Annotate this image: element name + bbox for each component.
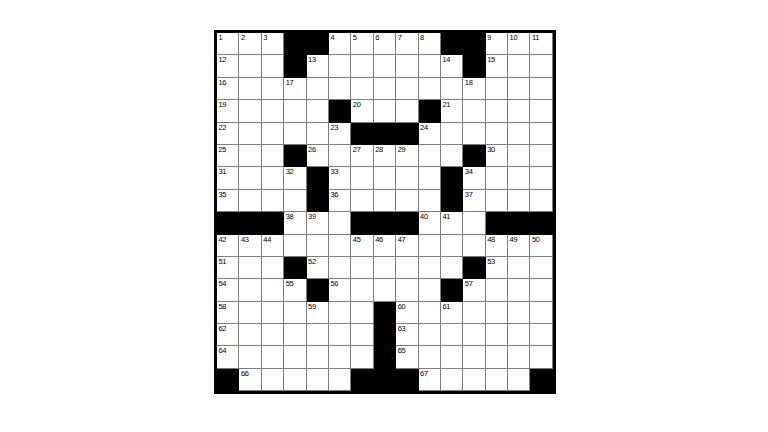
white-cell[interactable] [307,346,329,368]
white-cell[interactable]: 26 [307,145,329,167]
white-cell[interactable] [508,145,530,167]
white-cell[interactable] [329,346,351,368]
clue-number: 56 [330,279,338,288]
black-cell [530,212,552,234]
white-cell[interactable] [486,346,508,368]
black-cell [374,123,396,145]
white-cell[interactable] [329,145,351,167]
white-cell[interactable] [508,167,530,189]
clue-number: 37 [465,190,473,199]
white-cell[interactable]: 61 [441,302,463,324]
clue-number: 46 [375,235,383,244]
white-cell[interactable] [419,279,441,301]
white-cell[interactable] [351,167,373,189]
white-cell[interactable] [463,346,485,368]
white-cell[interactable] [396,100,418,122]
white-cell[interactable] [374,257,396,279]
white-cell[interactable]: 24 [419,123,441,145]
clue-number: 32 [286,167,294,176]
clue-number: 35 [219,190,227,199]
clue-number: 30 [487,145,495,154]
white-cell[interactable] [262,324,284,346]
white-cell[interactable] [239,100,261,122]
white-cell[interactable] [396,190,418,212]
white-cell[interactable]: 30 [486,145,508,167]
clue-number: 41 [442,212,450,221]
white-cell[interactable] [239,346,261,368]
black-cell [463,145,485,167]
white-cell[interactable] [419,167,441,189]
white-cell[interactable] [441,145,463,167]
white-cell[interactable]: 44 [262,235,284,257]
white-cell[interactable] [463,100,485,122]
white-cell[interactable] [262,123,284,145]
white-cell[interactable]: 33 [329,167,351,189]
black-cell [374,369,396,391]
clue-number: 21 [442,100,450,109]
clue-number: 65 [398,346,406,355]
clue-number: 38 [286,212,294,221]
white-cell[interactable]: 28 [374,145,396,167]
white-cell[interactable] [508,302,530,324]
white-cell[interactable]: 20 [351,100,373,122]
clue-number: 54 [219,279,227,288]
white-cell[interactable] [486,369,508,391]
clue-number: 63 [398,324,406,333]
white-cell[interactable]: 13 [307,55,329,77]
clue-number: 55 [286,279,294,288]
white-cell[interactable]: 62 [217,324,239,346]
white-cell[interactable] [239,167,261,189]
white-cell[interactable]: 58 [217,302,239,324]
white-cell[interactable]: 51 [217,257,239,279]
black-cell [217,212,239,234]
clue-number: 33 [330,167,338,176]
white-cell[interactable] [262,145,284,167]
white-cell[interactable] [441,78,463,100]
white-cell[interactable] [329,212,351,234]
black-cell [441,33,463,55]
white-cell[interactable]: 46 [374,235,396,257]
white-cell[interactable]: 57 [463,279,485,301]
clue-number: 20 [353,100,361,109]
white-cell[interactable] [374,167,396,189]
clue-number: 10 [510,33,518,42]
clue-number: 22 [219,123,227,132]
black-cell [284,257,306,279]
white-cell[interactable] [374,190,396,212]
white-cell[interactable] [307,369,329,391]
black-cell [307,190,329,212]
white-cell[interactable] [374,55,396,77]
clue-number: 59 [308,302,316,311]
white-cell[interactable] [486,324,508,346]
white-cell[interactable] [262,302,284,324]
black-cell [374,324,396,346]
clue-number: 49 [510,235,518,244]
white-cell[interactable]: 59 [307,302,329,324]
white-cell[interactable]: 60 [396,302,418,324]
white-cell[interactable] [419,235,441,257]
white-cell[interactable] [374,78,396,100]
white-cell[interactable]: 27 [351,145,373,167]
white-cell[interactable] [239,145,261,167]
white-cell[interactable] [307,100,329,122]
white-cell[interactable] [262,279,284,301]
white-cell[interactable]: 66 [239,369,261,391]
white-cell[interactable]: 39 [307,212,329,234]
white-cell[interactable] [239,279,261,301]
white-cell[interactable] [419,302,441,324]
black-cell [351,212,373,234]
white-cell[interactable] [530,55,552,77]
white-cell[interactable]: 7 [396,33,418,55]
white-cell[interactable]: 18 [463,78,485,100]
black-cell [284,33,306,55]
white-cell[interactable] [530,190,552,212]
black-cell [396,212,418,234]
white-cell[interactable]: 3 [262,33,284,55]
clue-number: 45 [353,235,361,244]
white-cell[interactable] [329,55,351,77]
white-cell[interactable]: 17 [284,78,306,100]
white-cell[interactable] [463,212,485,234]
black-cell [486,212,508,234]
white-cell[interactable] [441,257,463,279]
white-cell[interactable] [307,235,329,257]
white-cell[interactable] [262,190,284,212]
white-cell[interactable] [530,302,552,324]
white-cell[interactable] [419,324,441,346]
page-background: 1234567891011121314151617181920212223242… [0,0,768,432]
white-cell[interactable] [486,167,508,189]
white-cell[interactable]: 45 [351,235,373,257]
white-cell[interactable] [419,145,441,167]
clue-number: 48 [487,235,495,244]
white-cell[interactable] [419,78,441,100]
white-cell[interactable] [463,123,485,145]
clue-number: 26 [308,145,316,154]
white-cell[interactable]: 52 [307,257,329,279]
black-cell [262,212,284,234]
white-cell[interactable] [239,257,261,279]
clue-number: 66 [241,369,249,378]
white-cell[interactable] [262,346,284,368]
black-cell [351,123,373,145]
black-cell [307,167,329,189]
white-cell[interactable] [396,257,418,279]
white-cell[interactable]: 11 [530,33,552,55]
white-cell[interactable] [351,324,373,346]
clue-number: 15 [487,55,495,64]
white-cell[interactable]: 50 [530,235,552,257]
white-cell[interactable]: 54 [217,279,239,301]
white-cell[interactable]: 23 [329,123,351,145]
black-cell [441,190,463,212]
black-cell [374,212,396,234]
white-cell[interactable] [329,324,351,346]
white-cell[interactable] [396,167,418,189]
white-cell[interactable]: 35 [217,190,239,212]
white-cell[interactable] [486,190,508,212]
black-cell [284,55,306,77]
clue-number: 44 [263,235,271,244]
white-cell[interactable] [262,257,284,279]
clue-number: 60 [398,302,406,311]
white-cell[interactable] [530,279,552,301]
white-cell[interactable]: 42 [217,235,239,257]
clue-number: 4 [330,33,334,42]
white-cell[interactable] [486,279,508,301]
white-cell[interactable] [463,302,485,324]
white-cell[interactable] [508,190,530,212]
white-cell[interactable] [441,346,463,368]
white-cell[interactable] [508,346,530,368]
white-cell[interactable] [329,369,351,391]
clue-number: 16 [219,78,227,87]
white-cell[interactable]: 43 [239,235,261,257]
clue-number: 53 [487,257,495,266]
clue-number: 50 [532,235,540,244]
white-cell[interactable] [508,324,530,346]
white-cell[interactable] [307,324,329,346]
white-cell[interactable]: 19 [217,100,239,122]
clue-number: 25 [219,145,227,154]
black-cell [441,279,463,301]
clue-number: 57 [465,279,473,288]
clue-number: 3 [263,33,267,42]
white-cell[interactable] [284,100,306,122]
black-cell [396,369,418,391]
black-cell [530,369,552,391]
white-cell[interactable] [441,324,463,346]
white-cell[interactable] [262,369,284,391]
white-cell[interactable]: 32 [284,167,306,189]
white-cell[interactable] [262,167,284,189]
white-cell[interactable] [262,78,284,100]
white-cell[interactable]: 65 [396,346,418,368]
white-cell[interactable] [307,78,329,100]
white-cell[interactable]: 31 [217,167,239,189]
white-cell[interactable]: 2 [239,33,261,55]
clue-number: 34 [465,167,473,176]
white-cell[interactable]: 14 [441,55,463,77]
white-cell[interactable] [329,78,351,100]
clue-number: 40 [420,212,428,221]
white-cell[interactable] [284,123,306,145]
clue-number: 36 [330,190,338,199]
white-cell[interactable] [530,145,552,167]
white-cell[interactable]: 55 [284,279,306,301]
white-cell[interactable] [329,235,351,257]
white-cell[interactable]: 25 [217,145,239,167]
clue-number: 13 [308,55,316,64]
white-cell[interactable]: 6 [374,33,396,55]
white-cell[interactable]: 9 [486,33,508,55]
white-cell[interactable] [284,369,306,391]
white-cell[interactable] [239,302,261,324]
black-cell [351,369,373,391]
black-cell [307,279,329,301]
white-cell[interactable] [419,346,441,368]
black-cell [284,145,306,167]
white-cell[interactable] [441,235,463,257]
white-cell[interactable]: 37 [463,190,485,212]
white-cell[interactable] [329,302,351,324]
white-cell[interactable] [374,279,396,301]
white-cell[interactable] [284,324,306,346]
white-cell[interactable] [441,123,463,145]
white-cell[interactable] [530,100,552,122]
clue-number: 52 [308,257,316,266]
white-cell[interactable] [486,123,508,145]
white-cell[interactable]: 1 [217,33,239,55]
clue-number: 61 [442,302,450,311]
white-cell[interactable]: 48 [486,235,508,257]
clue-number: 19 [219,100,227,109]
clue-number: 27 [353,145,361,154]
clue-number: 17 [286,78,294,87]
white-cell[interactable]: 63 [396,324,418,346]
white-cell[interactable] [463,235,485,257]
white-cell[interactable] [530,346,552,368]
white-cell[interactable] [486,100,508,122]
white-cell[interactable] [463,369,485,391]
white-cell[interactable] [419,55,441,77]
black-cell [419,100,441,122]
white-cell[interactable] [239,190,261,212]
white-cell[interactable]: 41 [441,212,463,234]
clue-number: 18 [465,78,473,87]
white-cell[interactable] [239,78,261,100]
white-cell[interactable] [508,123,530,145]
white-cell[interactable]: 15 [486,55,508,77]
white-cell[interactable]: 56 [329,279,351,301]
clue-number: 43 [241,235,249,244]
clue-number: 51 [219,257,227,266]
white-cell[interactable] [530,123,552,145]
white-cell[interactable] [419,190,441,212]
white-cell[interactable] [508,279,530,301]
white-cell[interactable] [396,279,418,301]
white-cell[interactable] [508,78,530,100]
white-cell[interactable] [530,78,552,100]
white-cell[interactable] [284,190,306,212]
clue-number: 5 [353,33,357,42]
white-cell[interactable]: 36 [329,190,351,212]
clue-number: 2 [241,33,245,42]
white-cell[interactable] [351,302,373,324]
white-cell[interactable]: 49 [508,235,530,257]
white-cell[interactable] [351,190,373,212]
black-cell [374,302,396,324]
clue-number: 6 [375,33,379,42]
white-cell[interactable]: 12 [217,55,239,77]
white-cell[interactable]: 34 [463,167,485,189]
white-cell[interactable] [508,369,530,391]
white-cell[interactable] [441,369,463,391]
white-cell[interactable] [508,100,530,122]
clue-number: 9 [487,33,491,42]
white-cell[interactable] [463,324,485,346]
clue-number: 14 [442,55,450,64]
white-cell[interactable] [351,346,373,368]
white-cell[interactable] [239,324,261,346]
white-cell[interactable] [508,55,530,77]
clue-number: 24 [420,123,428,132]
white-cell[interactable] [351,279,373,301]
black-cell [508,212,530,234]
white-cell[interactable] [284,302,306,324]
white-cell[interactable] [307,123,329,145]
clue-number: 23 [330,123,338,132]
clue-number: 1 [219,33,223,42]
white-cell[interactable] [530,324,552,346]
white-cell[interactable] [486,302,508,324]
white-cell[interactable] [374,100,396,122]
white-cell[interactable] [351,55,373,77]
white-cell[interactable]: 16 [217,78,239,100]
white-cell[interactable] [329,257,351,279]
black-cell [239,212,261,234]
white-cell[interactable] [351,257,373,279]
black-cell [374,346,396,368]
white-cell[interactable] [262,100,284,122]
clue-number: 31 [219,167,227,176]
black-cell [307,33,329,55]
white-cell[interactable] [530,167,552,189]
white-cell[interactable]: 5 [351,33,373,55]
white-cell[interactable]: 47 [396,235,418,257]
white-cell[interactable] [396,55,418,77]
white-cell[interactable] [284,235,306,257]
white-cell[interactable]: 53 [486,257,508,279]
white-cell[interactable]: 29 [396,145,418,167]
white-cell[interactable] [239,55,261,77]
white-cell[interactable] [351,78,373,100]
crossword-grid: 1234567891011121314151617181920212223242… [214,30,556,394]
clue-number: 39 [308,212,316,221]
black-cell [217,369,239,391]
white-cell[interactable] [262,55,284,77]
white-cell[interactable] [530,257,552,279]
black-cell [329,100,351,122]
white-cell[interactable]: 8 [419,33,441,55]
white-cell[interactable]: 10 [508,33,530,55]
white-cell[interactable]: 64 [217,346,239,368]
white-cell[interactable] [508,257,530,279]
black-cell [396,123,418,145]
clue-number: 58 [219,302,227,311]
white-cell[interactable] [486,78,508,100]
white-cell[interactable] [396,78,418,100]
clue-number: 47 [398,235,406,244]
white-cell[interactable]: 67 [419,369,441,391]
black-cell [441,167,463,189]
white-cell[interactable]: 21 [441,100,463,122]
white-cell[interactable]: 22 [217,123,239,145]
white-cell[interactable] [284,346,306,368]
white-cell[interactable]: 4 [329,33,351,55]
white-cell[interactable]: 40 [419,212,441,234]
black-cell [463,55,485,77]
white-cell[interactable]: 38 [284,212,306,234]
clue-number: 42 [219,235,227,244]
clue-number: 28 [375,145,383,154]
white-cell[interactable] [419,257,441,279]
white-cell[interactable] [239,123,261,145]
black-cell [463,257,485,279]
